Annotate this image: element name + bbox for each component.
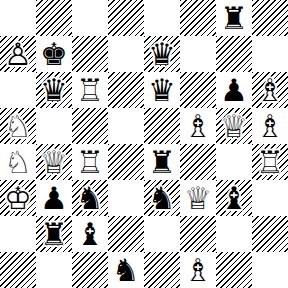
square-e1[interactable] <box>144 252 180 288</box>
white-bishop-glyph: ♗ <box>252 108 288 144</box>
piece-white-knight-a5[interactable]: ♞♘ <box>0 108 36 144</box>
white-rook-glyph: ♖ <box>252 144 288 180</box>
white-bishop-glyph: ♗ <box>180 108 216 144</box>
black-knight-glyph: ♞ <box>72 180 108 216</box>
piece-black-knight-c3[interactable]: ♞♞ <box>72 180 108 216</box>
square-b4[interactable]: ♛♕ <box>36 144 72 180</box>
square-f5[interactable]: ♝♗ <box>180 108 216 144</box>
piece-black-rook-e4[interactable]: ♜♜ <box>144 144 180 180</box>
square-c7[interactable] <box>72 36 108 72</box>
piece-white-bishop-f1[interactable]: ♝♗ <box>180 252 216 288</box>
square-h2[interactable] <box>252 216 288 252</box>
square-a2[interactable] <box>0 216 36 252</box>
square-e5[interactable] <box>144 108 180 144</box>
black-queen-glyph: ♛ <box>144 36 180 72</box>
square-d5[interactable] <box>108 108 144 144</box>
black-queen-glyph: ♛ <box>36 72 72 108</box>
piece-white-bishop-f5[interactable]: ♝♗ <box>180 108 216 144</box>
white-bishop-glyph: ♗ <box>252 72 288 108</box>
white-knight-glyph: ♘ <box>0 144 36 180</box>
square-g6[interactable]: ♟♟ <box>216 72 252 108</box>
piece-black-queen-e7[interactable]: ♛♛ <box>144 36 180 72</box>
piece-black-queen-e6[interactable]: ♛♛ <box>144 72 180 108</box>
piece-black-bishop-g3[interactable]: ♝♝ <box>216 180 252 216</box>
black-knight-glyph: ♞ <box>108 252 144 288</box>
square-h1[interactable] <box>252 252 288 288</box>
white-pawn-glyph: ♙ <box>0 36 36 72</box>
square-g7[interactable] <box>216 36 252 72</box>
square-b7[interactable]: ♚♚ <box>36 36 72 72</box>
square-e3[interactable]: ♞♞ <box>144 180 180 216</box>
square-d2[interactable] <box>108 216 144 252</box>
square-f7[interactable] <box>180 36 216 72</box>
white-queen-glyph: ♕ <box>36 144 72 180</box>
piece-white-pawn-a7[interactable]: ♟♙ <box>0 36 36 72</box>
square-c2[interactable]: ♝♝ <box>72 216 108 252</box>
piece-white-rook-c6[interactable]: ♜♖ <box>72 72 108 108</box>
square-e7[interactable]: ♛♛ <box>144 36 180 72</box>
square-e4[interactable]: ♜♜ <box>144 144 180 180</box>
square-d3[interactable] <box>108 180 144 216</box>
black-bishop-glyph: ♝ <box>216 180 252 216</box>
white-bishop-glyph: ♗ <box>180 252 216 288</box>
piece-black-knight-d1[interactable]: ♞♞ <box>108 252 144 288</box>
square-e2[interactable] <box>144 216 180 252</box>
square-h6[interactable]: ♝♗ <box>252 72 288 108</box>
piece-black-king-b7[interactable]: ♚♚ <box>36 36 72 72</box>
square-c8[interactable] <box>72 0 108 36</box>
piece-white-bishop-h6[interactable]: ♝♗ <box>252 72 288 108</box>
square-b1[interactable] <box>36 252 72 288</box>
white-queen-glyph: ♕ <box>216 108 252 144</box>
square-a7[interactable]: ♟♙ <box>0 36 36 72</box>
piece-black-pawn-g6[interactable]: ♟♟ <box>216 72 252 108</box>
white-rook-glyph: ♖ <box>72 144 108 180</box>
piece-white-queen-b4[interactable]: ♛♕ <box>36 144 72 180</box>
white-knight-glyph: ♘ <box>0 108 36 144</box>
black-knight-glyph: ♞ <box>144 180 180 216</box>
square-d7[interactable] <box>108 36 144 72</box>
square-d4[interactable] <box>108 144 144 180</box>
square-e8[interactable] <box>144 0 180 36</box>
square-d8[interactable] <box>108 0 144 36</box>
square-f8[interactable] <box>180 0 216 36</box>
piece-white-rook-h4[interactable]: ♜♖ <box>252 144 288 180</box>
square-h8[interactable] <box>252 0 288 36</box>
piece-white-king-a3[interactable]: ♚♔ <box>0 180 36 216</box>
square-a4[interactable]: ♞♘ <box>0 144 36 180</box>
square-d1[interactable]: ♞♞ <box>108 252 144 288</box>
piece-black-rook-b2[interactable]: ♜♜ <box>36 216 72 252</box>
black-pawn-glyph: ♟ <box>216 72 252 108</box>
chess-board: ♜♜♟♙♚♚♛♛♛♛♜♖♛♛♟♟♝♗♞♘♝♗♛♕♝♗♞♘♛♕♜♖♜♜♜♖♚♔♟♟… <box>0 0 288 288</box>
square-a3[interactable]: ♚♔ <box>0 180 36 216</box>
piece-white-knight-a4[interactable]: ♞♘ <box>0 144 36 180</box>
square-f6[interactable] <box>180 72 216 108</box>
square-a8[interactable] <box>0 0 36 36</box>
piece-white-queen-f3[interactable]: ♛♕ <box>180 180 216 216</box>
black-bishop-glyph: ♝ <box>72 216 108 252</box>
square-h4[interactable]: ♜♖ <box>252 144 288 180</box>
piece-black-bishop-c2[interactable]: ♝♝ <box>72 216 108 252</box>
white-queen-glyph: ♕ <box>180 180 216 216</box>
piece-black-queen-b6[interactable]: ♛♛ <box>36 72 72 108</box>
square-b6[interactable]: ♛♛ <box>36 72 72 108</box>
square-f4[interactable] <box>180 144 216 180</box>
square-d6[interactable] <box>108 72 144 108</box>
square-b8[interactable] <box>36 0 72 36</box>
square-a1[interactable] <box>0 252 36 288</box>
square-f3[interactable]: ♛♕ <box>180 180 216 216</box>
black-pawn-glyph: ♟ <box>36 180 72 216</box>
square-c3[interactable]: ♞♞ <box>72 180 108 216</box>
piece-white-bishop-h5[interactable]: ♝♗ <box>252 108 288 144</box>
black-rook-glyph: ♜ <box>144 144 180 180</box>
piece-white-rook-c4[interactable]: ♜♖ <box>72 144 108 180</box>
square-b5[interactable] <box>36 108 72 144</box>
piece-black-knight-e3[interactable]: ♞♞ <box>144 180 180 216</box>
square-a5[interactable]: ♞♘ <box>0 108 36 144</box>
square-g5[interactable]: ♛♕ <box>216 108 252 144</box>
square-f2[interactable] <box>180 216 216 252</box>
square-f1[interactable]: ♝♗ <box>180 252 216 288</box>
square-g4[interactable] <box>216 144 252 180</box>
square-g8[interactable]: ♜♜ <box>216 0 252 36</box>
square-c4[interactable]: ♜♖ <box>72 144 108 180</box>
piece-white-queen-g5[interactable]: ♛♕ <box>216 108 252 144</box>
square-g2[interactable] <box>216 216 252 252</box>
square-c6[interactable]: ♜♖ <box>72 72 108 108</box>
square-g3[interactable]: ♝♝ <box>216 180 252 216</box>
white-rook-glyph: ♖ <box>72 72 108 108</box>
square-a6[interactable] <box>0 72 36 108</box>
white-king-glyph: ♔ <box>0 180 36 216</box>
square-h5[interactable]: ♝♗ <box>252 108 288 144</box>
black-rook-glyph: ♜ <box>36 216 72 252</box>
black-rook-glyph: ♜ <box>216 0 252 36</box>
black-queen-glyph: ♛ <box>144 72 180 108</box>
square-e6[interactable]: ♛♛ <box>144 72 180 108</box>
square-c1[interactable] <box>72 252 108 288</box>
piece-black-pawn-b3[interactable]: ♟♟ <box>36 180 72 216</box>
square-h3[interactable] <box>252 180 288 216</box>
square-c5[interactable] <box>72 108 108 144</box>
black-king-glyph: ♚ <box>36 36 72 72</box>
square-g1[interactable] <box>216 252 252 288</box>
square-h7[interactable] <box>252 36 288 72</box>
square-b2[interactable]: ♜♜ <box>36 216 72 252</box>
square-b3[interactable]: ♟♟ <box>36 180 72 216</box>
piece-black-rook-g8[interactable]: ♜♜ <box>216 0 252 36</box>
